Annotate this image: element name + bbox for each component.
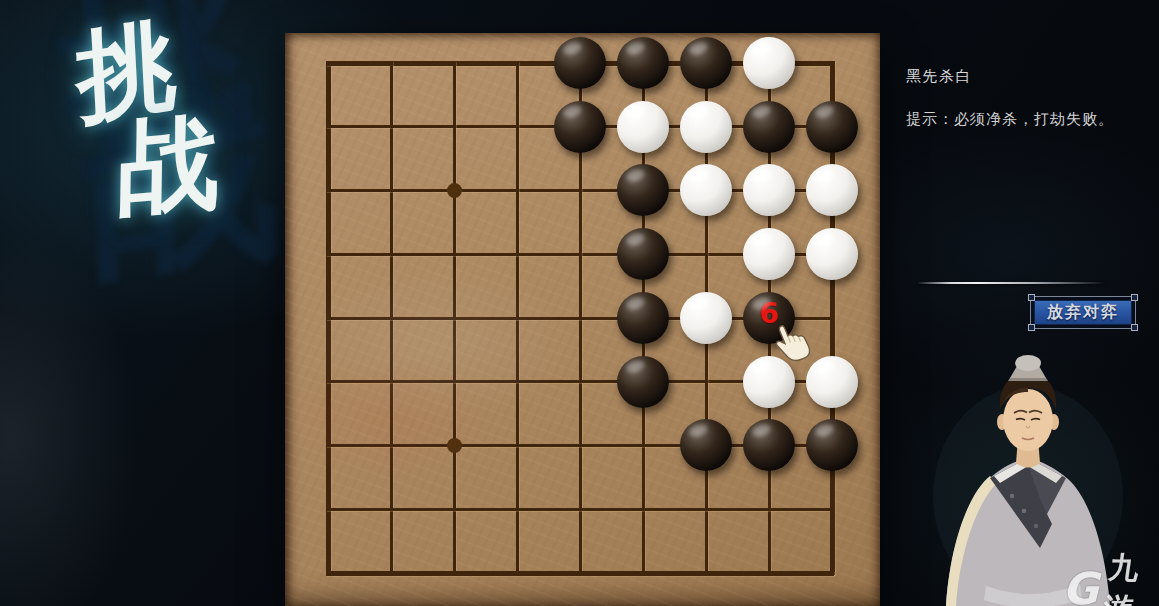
stone-white <box>680 101 732 153</box>
stone-black <box>806 419 858 471</box>
go-board[interactable]: 6 <box>285 33 880 606</box>
board-cell <box>738 222 801 286</box>
board-cell <box>612 222 675 286</box>
stone-black <box>806 101 858 153</box>
board-cell <box>675 286 738 350</box>
jiuyou-logo-icon: G <box>1061 567 1108 606</box>
stone-black <box>617 356 669 408</box>
stone-black <box>617 228 669 280</box>
stone-white <box>680 292 732 344</box>
stone-black <box>680 419 732 471</box>
button-corner-ornament <box>1131 294 1138 301</box>
board-cell <box>801 95 864 159</box>
panel-divider <box>918 282 1104 284</box>
button-corner-ornament <box>1028 324 1035 331</box>
banner-shadow-glyph: 挑 <box>48 0 257 184</box>
board-cell <box>738 414 801 478</box>
stone-white <box>743 37 795 89</box>
resign-button-label: 放弃对弈 <box>1034 300 1132 325</box>
board-cell <box>675 31 738 95</box>
banner-shadow-glyph: 战 <box>88 70 283 287</box>
jiuyou-watermark: G 九游 <box>1066 548 1159 606</box>
button-corner-ornament <box>1131 324 1138 331</box>
stone-white <box>617 101 669 153</box>
stone-white <box>806 228 858 280</box>
stone-black <box>617 164 669 216</box>
banner-char-zhan: 战 <box>117 109 220 220</box>
board-cell <box>549 95 612 159</box>
board-cell <box>549 31 612 95</box>
stone-black <box>680 37 732 89</box>
board-cell <box>738 31 801 95</box>
board-cell <box>738 95 801 159</box>
jiuyou-logo-text: 九游 <box>1100 548 1159 606</box>
board-cell <box>612 286 675 350</box>
board-cell <box>612 159 675 223</box>
stone-white <box>743 164 795 216</box>
board-cell <box>612 31 675 95</box>
objective-text: 黑先杀白 <box>906 67 972 86</box>
button-corner-ornament <box>1028 294 1035 301</box>
challenge-banner: 挑 战 挑 战 <box>30 0 310 310</box>
resign-button[interactable]: 放弃对弈 <box>1030 296 1136 329</box>
board-cell <box>801 414 864 478</box>
board-cell <box>738 159 801 223</box>
board-cell <box>675 414 738 478</box>
board-cell <box>612 350 675 414</box>
stone-black <box>617 37 669 89</box>
game-screen: 挑 战 挑 战 6 黑先杀白 提示：必须净杀，打劫失败。 放弃对弈 <box>0 0 1159 606</box>
board-cell <box>801 222 864 286</box>
board-cell <box>801 159 864 223</box>
stone-white <box>743 228 795 280</box>
stone-white <box>806 164 858 216</box>
board-cell <box>675 95 738 159</box>
board-cell <box>675 159 738 223</box>
stones-grid: 6 <box>297 31 864 605</box>
stone-black <box>743 419 795 471</box>
stone-black <box>743 101 795 153</box>
stone-black <box>554 37 606 89</box>
stone-white <box>680 164 732 216</box>
banner-char-tiao: 挑 <box>74 12 178 128</box>
stone-black <box>617 292 669 344</box>
stone-black <box>554 101 606 153</box>
hint-text: 提示：必须净杀，打劫失败。 <box>906 110 1114 129</box>
board-cell <box>612 95 675 159</box>
